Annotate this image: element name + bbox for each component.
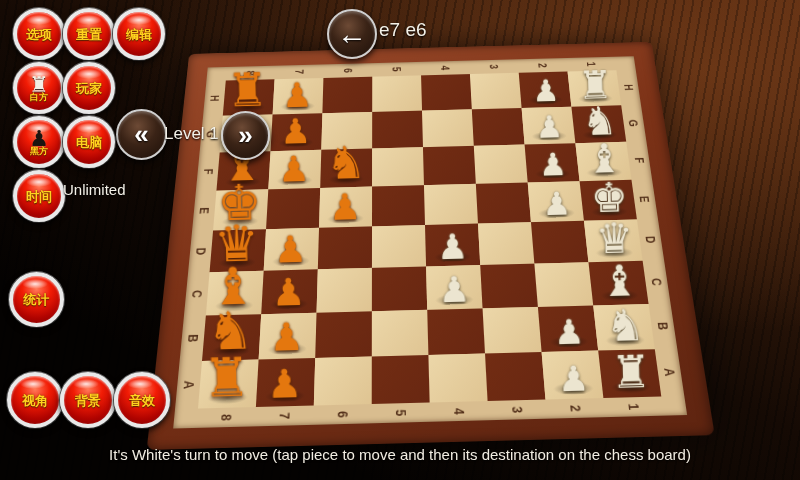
coord-label-rank: 5	[372, 402, 430, 423]
square-e4[interactable]	[424, 184, 478, 225]
square-f4[interactable]	[423, 146, 476, 185]
piece-shadow	[280, 101, 315, 111]
computer-button[interactable]: 电脑	[63, 116, 115, 168]
piece-shadow	[278, 137, 314, 148]
reset-button-label: 重置	[76, 28, 102, 41]
white-side-button[interactable]: ♜ 白方	[13, 62, 65, 114]
chess-board-scene: 87654321H♜♟♟♜HG♟♟♞GF♝♟♞♟♝FE♚♟♟♚ED♛♟♟♛DC♝…	[147, 42, 715, 450]
square-a6[interactable]	[314, 357, 372, 406]
chevron-right-icon: »	[238, 120, 252, 151]
piece-shadow	[211, 344, 251, 357]
level-up-button[interactable]: »	[221, 111, 270, 160]
piece-shadow	[600, 289, 640, 302]
square-e7[interactable]	[266, 188, 320, 229]
white-pawn-f2[interactable]: ♟	[527, 145, 580, 183]
edit-button[interactable]: 编辑	[113, 8, 165, 60]
black-side-button[interactable]: ♟ 黑方	[13, 116, 65, 168]
coord-label-rank: 1	[566, 57, 616, 72]
piece-shadow	[578, 93, 614, 103]
white-side-label: 白方	[30, 93, 48, 102]
square-d8[interactable]: ♛	[210, 229, 267, 272]
sound-button-label: 音效	[129, 394, 155, 407]
square-a1[interactable]: ♜	[598, 349, 661, 398]
last-move-label: e7 e6	[379, 19, 427, 41]
coord-label-rank: 3	[469, 59, 519, 74]
reset-button[interactable]: 重置	[63, 8, 115, 60]
square-a4[interactable]	[428, 354, 487, 403]
square-h4[interactable]	[421, 74, 472, 110]
square-a5[interactable]	[372, 355, 430, 404]
board-corner	[615, 56, 636, 70]
coord-label-rank: 6	[323, 63, 372, 78]
piece-shadow	[221, 216, 259, 228]
square-b6[interactable]	[315, 311, 372, 358]
square-f7[interactable]: ♟	[268, 150, 321, 190]
piece-shadow	[534, 168, 571, 179]
square-c4[interactable]: ♟	[426, 265, 482, 310]
level-down-button[interactable]: «	[116, 109, 167, 160]
chevron-left-icon: «	[134, 119, 148, 150]
piece-shadow	[531, 131, 567, 142]
piece-shadow	[218, 257, 256, 269]
square-g3[interactable]	[472, 108, 525, 146]
square-h3[interactable]	[470, 73, 522, 109]
coord-label-file: G	[621, 105, 646, 142]
background-button[interactable]: 背景	[60, 372, 116, 428]
piece-shadow	[538, 207, 576, 219]
time-limit-value: Unlimited	[63, 181, 126, 198]
square-d3[interactable]	[478, 222, 534, 265]
coord-label-file: E	[631, 179, 657, 219]
piece-shadow	[590, 206, 628, 218]
square-e6[interactable]: ♟	[319, 187, 372, 228]
coord-label-file: H	[616, 70, 641, 106]
square-e3[interactable]	[476, 183, 531, 224]
square-h2[interactable]: ♟	[519, 72, 572, 108]
piece-shadow	[272, 255, 310, 267]
white-bishop-c1[interactable]: ♝	[591, 255, 647, 306]
background-button-label: 背景	[75, 394, 101, 407]
sound-button[interactable]: 音效	[114, 372, 170, 428]
back-arrow-icon: ←	[337, 17, 367, 51]
player-button[interactable]: 玩家	[63, 62, 115, 114]
piece-shadow	[276, 175, 313, 186]
view-angle-button-label: 视角	[22, 394, 48, 407]
options-button-label: 选项	[26, 28, 52, 41]
square-f5[interactable]	[372, 147, 424, 186]
square-h1[interactable]: ♜	[568, 70, 622, 106]
coord-label-rank: 8	[226, 66, 276, 81]
piece-shadow	[265, 389, 306, 403]
square-f6[interactable]: ♞	[320, 148, 372, 188]
piece-shadow	[435, 294, 474, 307]
piece-shadow	[434, 251, 472, 263]
square-c1[interactable]: ♝	[588, 261, 648, 306]
options-button[interactable]: 选项	[13, 8, 65, 60]
coord-label-rank: 5	[372, 62, 421, 77]
square-f2[interactable]: ♟	[525, 143, 580, 182]
square-e1[interactable]: ♚	[580, 180, 637, 221]
square-e8[interactable]: ♚	[213, 189, 268, 230]
piece-shadow	[528, 95, 564, 105]
player-button-label: 玩家	[76, 82, 102, 95]
square-d7[interactable]: ♟	[264, 228, 319, 271]
square-d1[interactable]: ♛	[584, 219, 643, 262]
coord-label-rank: 7	[255, 405, 314, 426]
orange-pawn-c7[interactable]: ♟	[261, 270, 317, 315]
coord-label-rank: 1	[603, 396, 664, 417]
coord-label-file: B	[180, 316, 206, 362]
computer-button-label: 电脑	[76, 136, 102, 149]
square-f1[interactable]: ♝	[575, 142, 631, 181]
square-d5[interactable]	[372, 225, 426, 268]
square-g7[interactable]: ♟	[271, 113, 323, 151]
piece-shadow	[225, 176, 262, 187]
square-f3[interactable]	[474, 144, 528, 183]
square-a8[interactable]: ♜	[198, 360, 259, 409]
square-h5[interactable]	[372, 75, 422, 111]
coord-label-file: C	[643, 260, 671, 304]
view-angle-button[interactable]: 视角	[7, 372, 63, 428]
time-button-label: 时间	[26, 190, 52, 203]
board-corner	[173, 409, 198, 429]
square-b1[interactable]: ♞	[593, 304, 655, 351]
board-corner	[206, 67, 226, 81]
piece-shadow	[610, 380, 652, 394]
square-c8[interactable]: ♝	[206, 271, 264, 316]
stats-button[interactable]: 统计	[9, 272, 64, 327]
square-d2[interactable]	[531, 221, 589, 264]
square-g4[interactable]	[422, 109, 474, 147]
square-b3[interactable]	[483, 307, 542, 354]
piece-shadow	[214, 299, 253, 312]
square-g5[interactable]	[372, 111, 423, 149]
square-b8[interactable]: ♞	[202, 314, 261, 361]
coord-label-rank: 6	[313, 404, 371, 425]
piece-shadow	[586, 167, 623, 178]
square-b2[interactable]: ♟	[538, 305, 598, 352]
square-c6[interactable]	[317, 268, 372, 313]
coord-label-file: D	[188, 231, 213, 273]
square-h7[interactable]: ♟	[273, 78, 324, 115]
square-b4[interactable]	[427, 308, 485, 355]
square-a3[interactable]	[485, 352, 545, 401]
coord-label-rank: 7	[275, 64, 324, 79]
white-king-e1[interactable]: ♚	[582, 173, 636, 222]
undo-move-button[interactable]: ←	[327, 9, 377, 59]
coord-label-file: D	[637, 219, 664, 261]
orange-rook-a8[interactable]: ♜	[197, 346, 256, 410]
piece-shadow	[595, 247, 634, 259]
piece-shadow	[207, 391, 248, 405]
black-side-label: 黑方	[30, 147, 48, 156]
square-a2[interactable]: ♟	[542, 351, 604, 400]
square-b5[interactable]	[372, 310, 429, 357]
status-text: It's White's turn to move (tap piece to …	[0, 446, 800, 463]
piece-shadow	[553, 382, 594, 396]
coord-label-rank: 3	[488, 399, 548, 420]
square-g6[interactable]	[321, 112, 372, 150]
coord-label-rank: 4	[430, 401, 489, 422]
level-label: Level 1	[164, 124, 219, 144]
square-d6[interactable]	[318, 226, 372, 269]
board-frame: 87654321H♜♟♟♜HG♟♟♞GF♝♟♞♟♝FE♚♟♟♚ED♛♟♟♛DC♝…	[147, 42, 715, 450]
square-g2[interactable]: ♟	[522, 107, 576, 145]
square-d4[interactable]: ♟	[425, 224, 480, 267]
square-c3[interactable]	[480, 264, 538, 309]
board-corner	[661, 396, 687, 416]
stats-button-label: 统计	[24, 293, 50, 306]
square-e2[interactable]: ♟	[528, 181, 584, 222]
square-h6[interactable]	[322, 77, 372, 113]
orange-pawn-f7[interactable]: ♟	[268, 148, 321, 190]
square-c5[interactable]	[372, 266, 427, 311]
coord-label-file: E	[192, 191, 216, 231]
coord-label-rank: 2	[545, 398, 605, 419]
piece-shadow	[267, 343, 307, 356]
square-c2[interactable]	[534, 262, 593, 307]
piece-shadow	[328, 174, 364, 185]
square-a7[interactable]: ♟	[256, 358, 315, 407]
coord-label-file: F	[626, 141, 652, 180]
square-b7[interactable]: ♟	[259, 313, 317, 360]
coord-label-rank: 8	[196, 407, 256, 428]
edit-button-label: 编辑	[126, 28, 152, 41]
piece-shadow	[582, 129, 619, 140]
coord-label-rank: 4	[421, 61, 470, 76]
time-button[interactable]: 时间	[13, 170, 65, 222]
coord-label-rank: 2	[518, 58, 568, 73]
piece-shadow	[549, 335, 589, 348]
square-e5[interactable]	[372, 185, 425, 226]
piece-shadow	[270, 298, 309, 311]
orange-pawn-d7[interactable]: ♟	[263, 228, 318, 272]
square-c7[interactable]: ♟	[261, 269, 318, 314]
coord-label-file: B	[649, 303, 678, 349]
white-queen-d1[interactable]: ♛	[587, 213, 642, 263]
square-g1[interactable]: ♞	[571, 105, 626, 143]
piece-shadow	[327, 213, 364, 225]
piece-shadow	[605, 334, 646, 347]
